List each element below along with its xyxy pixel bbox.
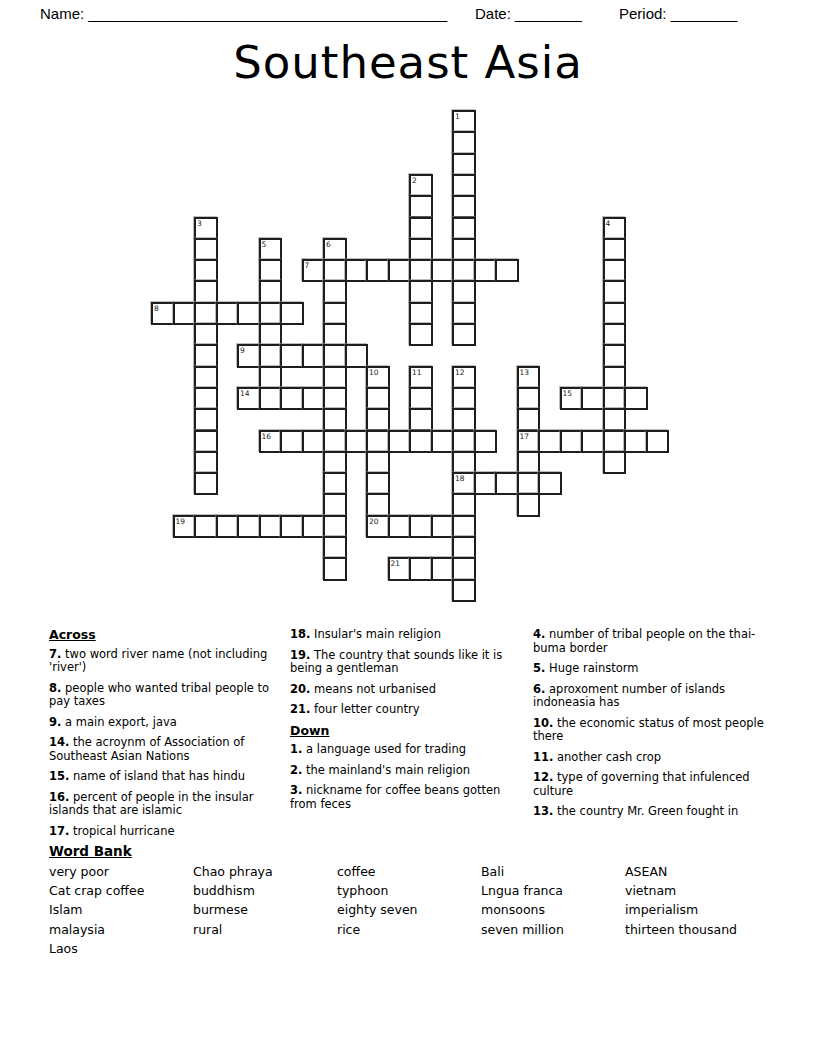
grid-cell[interactable] <box>280 344 304 367</box>
clue: 4. number of tribal people on the thai-b… <box>533 628 765 655</box>
clue: 10. the economic status of most people t… <box>533 717 765 744</box>
grid-cell[interactable] <box>452 174 476 197</box>
grid-cell[interactable] <box>345 430 369 453</box>
grid-cell[interactable] <box>409 259 433 282</box>
clue-number-label: 8. <box>49 681 61 695</box>
clue-number: 5 <box>262 240 267 249</box>
grid-cell[interactable] <box>259 344 283 367</box>
grid-cell[interactable]: 3 <box>194 217 218 240</box>
clue-number: 15 <box>563 389 573 398</box>
grid-cell[interactable]: 14 <box>237 387 261 410</box>
grid-cell[interactable] <box>603 280 627 303</box>
grid-cell[interactable] <box>302 387 326 410</box>
grid-cell[interactable] <box>603 238 627 261</box>
name-field-row: Name: __________________________________… <box>40 5 447 22</box>
grid-cell[interactable] <box>237 302 261 325</box>
name-blank-line[interactable]: ________________________________________… <box>88 5 447 22</box>
clue-number-label: 2. <box>290 763 302 777</box>
grid-cell[interactable]: 21 <box>388 557 412 580</box>
word-bank-item: Laos <box>49 939 144 958</box>
grid-cell[interactable] <box>517 493 541 516</box>
grid-cell[interactable] <box>173 302 197 325</box>
grid-cell[interactable]: 11 <box>409 366 433 389</box>
grid-cell[interactable] <box>452 408 476 431</box>
grid-cell[interactable] <box>194 387 218 410</box>
clue: 11. another cash crop <box>533 751 765 765</box>
crossword-grid: 123456789101112131415161718192021 <box>151 110 671 606</box>
clue-number: 3 <box>197 219 202 228</box>
clue: 7. two word river name (not including 'r… <box>49 648 281 675</box>
word-bank-item: Bali <box>481 862 564 881</box>
clue-number-label: 9. <box>49 715 61 729</box>
grid-cell[interactable] <box>474 430 498 453</box>
grid-cell[interactable]: 17 <box>517 430 541 453</box>
grid-cell[interactable] <box>495 259 519 282</box>
word-bank-item: malaysia <box>49 920 144 939</box>
grid-cell[interactable] <box>452 217 476 240</box>
grid-cell[interactable] <box>323 557 347 580</box>
grid-cell[interactable] <box>323 344 347 367</box>
grid-cell[interactable] <box>302 344 326 367</box>
grid-cell[interactable] <box>388 259 412 282</box>
grid-cell[interactable] <box>452 195 476 218</box>
grid-cell[interactable] <box>409 195 433 218</box>
grid-cell[interactable] <box>194 408 218 431</box>
clue: 13. the country Mr. Green fought in <box>533 805 765 819</box>
grid-cell[interactable] <box>366 493 390 516</box>
grid-cell[interactable] <box>323 472 347 495</box>
grid-cell[interactable] <box>323 259 347 282</box>
word-bank-item: ASEAN <box>625 862 737 881</box>
grid-cell[interactable] <box>194 238 218 261</box>
clue-number-label: 18. <box>290 627 310 641</box>
clue: 17. tropical hurricane <box>49 825 281 839</box>
clue-number-label: 12. <box>533 770 553 784</box>
grid-cell[interactable]: 15 <box>560 387 584 410</box>
grid-cell[interactable] <box>409 515 433 538</box>
grid-cell[interactable] <box>431 430 455 453</box>
word-bank-column: coffeetyphooneighty sevenrice <box>337 862 418 939</box>
grid-cell[interactable] <box>452 238 476 261</box>
clue-column-middle: 18. Insular's main religion19. The count… <box>290 628 522 818</box>
grid-cell[interactable] <box>452 536 476 559</box>
grid-cell[interactable] <box>431 557 455 580</box>
clue: 5. Huge rainstorm <box>533 662 765 676</box>
grid-cell[interactable] <box>603 408 627 431</box>
grid-cell[interactable] <box>280 430 304 453</box>
grid-cell[interactable] <box>366 472 390 495</box>
word-bank-item: thirteen thousand <box>625 920 737 939</box>
word-bank-column: ASEANvietnamimperialismthirteen thousand <box>625 862 737 939</box>
grid-cell[interactable] <box>259 366 283 389</box>
grid-cell[interactable] <box>259 387 283 410</box>
clue: 12. type of governing that infulenced cu… <box>533 771 765 798</box>
grid-cell[interactable] <box>366 387 390 410</box>
grid-cell[interactable] <box>452 557 476 580</box>
grid-cell[interactable] <box>409 408 433 431</box>
grid-cell[interactable] <box>194 259 218 282</box>
date-field-row: Date: ________ <box>475 5 582 22</box>
grid-cell[interactable] <box>603 451 627 474</box>
grid-cell[interactable] <box>280 387 304 410</box>
word-bank-heading: Word Bank <box>49 843 132 859</box>
grid-cell[interactable] <box>517 408 541 431</box>
grid-cell[interactable] <box>603 344 627 367</box>
grid-cell[interactable] <box>366 451 390 474</box>
down-heading: Down <box>290 724 522 738</box>
clue-column-down: 4. number of tribal people on the thai-b… <box>533 628 765 826</box>
clue: 9. a main export, java <box>49 716 281 730</box>
grid-cell[interactable] <box>452 515 476 538</box>
grid-cell[interactable] <box>237 515 261 538</box>
clue: 18. Insular's main religion <box>290 628 522 642</box>
word-bank-item: burmese <box>193 900 273 919</box>
grid-cell[interactable] <box>194 302 218 325</box>
grid-cell[interactable] <box>366 430 390 453</box>
grid-cell[interactable] <box>409 430 433 453</box>
grid-cell[interactable] <box>323 430 347 453</box>
grid-cell[interactable] <box>560 430 584 453</box>
grid-cell[interactable] <box>280 515 304 538</box>
grid-cell[interactable] <box>452 579 476 602</box>
clue-number-label: 3. <box>290 783 302 797</box>
grid-cell[interactable] <box>323 323 347 346</box>
grid-cell[interactable] <box>646 430 670 453</box>
date-label: Date: <box>475 5 511 22</box>
clue-number-label: 5. <box>533 661 545 675</box>
grid-cell[interactable] <box>603 430 627 453</box>
grid-cell[interactable]: 12 <box>452 366 476 389</box>
grid-cell[interactable] <box>323 280 347 303</box>
clue-number-label: 10. <box>533 716 553 730</box>
word-bank-item: monsoons <box>481 900 564 919</box>
word-bank-item: Cat crap coffee <box>49 881 144 900</box>
grid-cell[interactable]: 8 <box>151 302 175 325</box>
grid-cell[interactable]: 10 <box>366 366 390 389</box>
clue-number-label: 13. <box>533 804 553 818</box>
grid-cell[interactable] <box>323 408 347 431</box>
grid-cell[interactable] <box>517 472 541 495</box>
grid-cell[interactable]: 1 <box>452 110 476 133</box>
across-clues-continued: 18. Insular's main religion19. The count… <box>290 628 522 717</box>
grid-cell[interactable] <box>366 259 390 282</box>
grid-cell[interactable] <box>452 259 476 282</box>
grid-cell[interactable] <box>302 515 326 538</box>
grid-cell[interactable] <box>409 280 433 303</box>
clue-number-label: 14. <box>49 735 69 749</box>
clue-number: 12 <box>455 368 465 377</box>
clue-number-label: 1. <box>290 742 302 756</box>
clue: 8. people who wanted tribal people to pa… <box>49 682 281 709</box>
grid-cell[interactable] <box>517 387 541 410</box>
clue-column-across: Across 7. two word river name (not inclu… <box>49 628 281 845</box>
grid-cell[interactable]: 7 <box>302 259 326 282</box>
clue: 21. four letter country <box>290 703 522 717</box>
clue-number: 10 <box>369 368 379 377</box>
grid-cell[interactable] <box>323 302 347 325</box>
word-bank-item: typhoon <box>337 881 418 900</box>
grid-cell[interactable] <box>323 515 347 538</box>
word-bank-item: buddhism <box>193 881 273 900</box>
clue: 2. the mainland's main religion <box>290 764 522 778</box>
grid-cell[interactable] <box>409 557 433 580</box>
grid-cell[interactable] <box>323 493 347 516</box>
grid-cell[interactable] <box>452 323 476 346</box>
word-bank-item: coffee <box>337 862 418 881</box>
clue: 1. a language used for trading <box>290 743 522 757</box>
grid-cell[interactable] <box>409 302 433 325</box>
grid-cell[interactable] <box>431 515 455 538</box>
clue-number-label: 11. <box>533 750 553 764</box>
grid-cell[interactable] <box>323 387 347 410</box>
clue-number-label: 21. <box>290 702 310 716</box>
clue-number: 7 <box>305 261 310 270</box>
grid-cell[interactable] <box>409 238 433 261</box>
grid-cell[interactable] <box>366 408 390 431</box>
date-blank-line[interactable]: ________ <box>515 5 582 22</box>
grid-cell[interactable] <box>452 493 476 516</box>
clue-number-label: 19. <box>290 648 310 662</box>
grid-cell[interactable] <box>603 302 627 325</box>
grid-cell[interactable] <box>323 451 347 474</box>
grid-cell[interactable] <box>259 280 283 303</box>
clue-number: 16 <box>262 432 272 441</box>
grid-cell[interactable] <box>452 153 476 176</box>
grid-cell[interactable] <box>603 387 627 410</box>
grid-cell[interactable]: 2 <box>409 174 433 197</box>
clue-number-label: 17. <box>49 824 69 838</box>
word-bank-item: rice <box>337 920 418 939</box>
word-bank-column: Chao phrayabuddhismburmeserural <box>193 862 273 939</box>
clue-number: 21 <box>391 559 401 568</box>
grid-cell[interactable] <box>409 217 433 240</box>
grid-cell[interactable] <box>345 259 369 282</box>
grid-cell[interactable] <box>194 515 218 538</box>
grid-cell[interactable]: 6 <box>323 238 347 261</box>
grid-cell[interactable] <box>323 366 347 389</box>
period-field-row: Period: ________ <box>619 5 737 22</box>
clue-number: 1 <box>455 112 460 121</box>
clue-number: 6 <box>326 240 331 249</box>
clue: 6. aproxoment number of islands indoneas… <box>533 683 765 710</box>
clue-number-label: 6. <box>533 682 545 696</box>
grid-cell[interactable] <box>603 366 627 389</box>
grid-cell[interactable] <box>474 472 498 495</box>
name-label: Name: <box>40 5 84 22</box>
grid-cell[interactable] <box>624 430 648 453</box>
grid-cell[interactable] <box>431 259 455 282</box>
clue-number: 4 <box>606 219 611 228</box>
grid-cell[interactable]: 13 <box>517 366 541 389</box>
grid-cell[interactable] <box>194 280 218 303</box>
clue-number-label: 15. <box>49 769 69 783</box>
grid-cell[interactable] <box>194 451 218 474</box>
word-bank-item: Lngua franca <box>481 881 564 900</box>
grid-cell[interactable] <box>452 131 476 154</box>
page-title: Southeast Asia <box>0 36 816 89</box>
clue: 15. name of island that has hindu <box>49 770 281 784</box>
grid-cell[interactable] <box>194 344 218 367</box>
clue-number-label: 20. <box>290 682 310 696</box>
clue: 19. The country that sounds like it is b… <box>290 649 522 676</box>
clue-number: 8 <box>154 304 159 313</box>
grid-cell[interactable] <box>474 259 498 282</box>
grid-cell[interactable] <box>452 430 476 453</box>
grid-cell[interactable] <box>538 430 562 453</box>
clue: 20. means not urbanised <box>290 683 522 697</box>
grid-cell[interactable] <box>388 430 412 453</box>
word-bank-item: eighty seven <box>337 900 418 919</box>
word-bank-item: seven million <box>481 920 564 939</box>
word-bank-column: BaliLngua francamonsoonsseven million <box>481 862 564 939</box>
clue-number: 2 <box>412 176 417 185</box>
grid-cell[interactable] <box>452 451 476 474</box>
grid-cell[interactable] <box>259 323 283 346</box>
clue-number: 17 <box>520 432 530 441</box>
period-blank-line[interactable]: ________ <box>671 5 738 22</box>
across-clues-list: 7. two word river name (not including 'r… <box>49 648 281 839</box>
grid-cell[interactable]: 19 <box>173 515 197 538</box>
word-bank-item: very poor <box>49 862 144 881</box>
grid-cell[interactable] <box>259 259 283 282</box>
grid-cell[interactable] <box>603 259 627 282</box>
grid-cell[interactable]: 16 <box>259 430 283 453</box>
grid-cell[interactable] <box>194 366 218 389</box>
grid-cell[interactable]: 9 <box>237 344 261 367</box>
grid-cell[interactable] <box>495 472 519 495</box>
word-bank-item: imperialism <box>625 900 737 919</box>
grid-cell[interactable] <box>624 387 648 410</box>
clue: 16. percent of people in the insular isl… <box>49 791 281 818</box>
grid-cell[interactable] <box>581 430 605 453</box>
clue-number: 19 <box>176 517 186 526</box>
grid-cell[interactable]: 4 <box>603 217 627 240</box>
down-clues-continued: 4. number of tribal people on the thai-b… <box>533 628 765 819</box>
grid-cell[interactable] <box>409 323 433 346</box>
word-bank-column: very poorCat crap coffeeIslammalaysiaLao… <box>49 862 144 958</box>
grid-cell[interactable] <box>194 430 218 453</box>
worksheet-page: Name: __________________________________… <box>0 0 816 1056</box>
clue-number: 13 <box>520 368 530 377</box>
grid-cell[interactable] <box>259 302 283 325</box>
grid-cell[interactable] <box>517 451 541 474</box>
grid-cell[interactable] <box>452 302 476 325</box>
clue-number-label: 16. <box>49 790 69 804</box>
grid-cell[interactable] <box>538 472 562 495</box>
grid-cell[interactable] <box>388 515 412 538</box>
clue-number: 20 <box>369 517 379 526</box>
clue-number: 9 <box>240 346 245 355</box>
across-heading: Across <box>49 628 281 642</box>
grid-cell[interactable] <box>409 387 433 410</box>
grid-cell[interactable]: 20 <box>366 515 390 538</box>
clue-number: 18 <box>455 474 465 483</box>
word-bank-item: rural <box>193 920 273 939</box>
clue: 14. the acroynm of Association of Southe… <box>49 736 281 763</box>
word-bank-item: Islam <box>49 900 144 919</box>
grid-cell[interactable] <box>280 302 304 325</box>
grid-cell[interactable]: 18 <box>452 472 476 495</box>
grid-cell[interactable] <box>259 515 283 538</box>
period-label: Period: <box>619 5 667 22</box>
clue-number: 14 <box>240 389 250 398</box>
grid-cell[interactable] <box>216 515 240 538</box>
grid-cell[interactable] <box>194 323 218 346</box>
grid-cell[interactable]: 5 <box>259 238 283 261</box>
clue: 3. nickname for coffee beans gotten from… <box>290 784 522 811</box>
word-bank-item: Chao phraya <box>193 862 273 881</box>
grid-cell[interactable] <box>345 344 369 367</box>
word-bank-item: vietnam <box>625 881 737 900</box>
clue-number: 11 <box>412 368 422 377</box>
down-clues-list: 1. a language used for trading2. the mai… <box>290 743 522 811</box>
grid-cell[interactable] <box>452 387 476 410</box>
grid-cell[interactable] <box>581 387 605 410</box>
grid-cell[interactable] <box>452 280 476 303</box>
grid-cell[interactable] <box>603 323 627 346</box>
clue-number-label: 7. <box>49 647 61 661</box>
grid-cell[interactable] <box>323 536 347 559</box>
grid-cell[interactable] <box>194 472 218 495</box>
grid-cell[interactable] <box>216 302 240 325</box>
grid-cell[interactable] <box>302 430 326 453</box>
clue-number-label: 4. <box>533 627 545 641</box>
